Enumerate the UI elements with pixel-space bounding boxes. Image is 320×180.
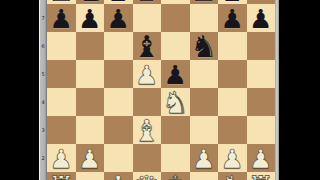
square-d6[interactable]: ♝ — [133, 32, 162, 60]
piece-white-bishop-d3[interactable]: ♝ — [133, 117, 160, 145]
square-f6[interactable]: ♞ — [190, 32, 219, 60]
square-a5[interactable] — [47, 60, 76, 88]
rank-label-7: 7 — [39, 14, 47, 22]
square-b5[interactable] — [76, 60, 105, 88]
square-f5[interactable] — [190, 60, 219, 88]
piece-white-rook-a1[interactable]: ♜ — [48, 173, 75, 180]
square-c1[interactable]: ♝ — [104, 172, 133, 180]
piece-black-pawn-a7[interactable]: ♟ — [50, 5, 73, 33]
square-e1[interactable]: ♚ — [161, 172, 190, 180]
rank-label-2: 2 — [39, 154, 47, 162]
square-b6[interactable] — [76, 32, 105, 60]
square-a6[interactable] — [47, 32, 76, 60]
board-right-frame — [275, 0, 279, 180]
piece-black-pawn-h7[interactable]: ♟ — [249, 5, 272, 33]
square-h5[interactable] — [247, 60, 276, 88]
piece-white-king-e1[interactable]: ♚ — [162, 173, 189, 180]
piece-white-bishop-c1[interactable]: ♝ — [105, 173, 132, 180]
square-g1[interactable]: ♞ — [218, 172, 247, 180]
piece-black-pawn-b7[interactable]: ♟ — [78, 5, 101, 33]
piece-white-pawn-b2[interactable]: ♟ — [78, 145, 101, 173]
piece-white-rook-h1[interactable]: ♜ — [247, 173, 274, 180]
square-b3[interactable] — [76, 116, 105, 144]
square-f7[interactable] — [190, 4, 219, 32]
square-a7[interactable]: ♟ — [47, 4, 76, 32]
piece-black-rook-f8[interactable]: ♜ — [190, 0, 217, 5]
rank-label-strip: 765432 — [39, 0, 47, 180]
square-g5[interactable] — [218, 60, 247, 88]
square-c5[interactable] — [104, 60, 133, 88]
square-g2[interactable]: ♟ — [218, 144, 247, 172]
square-e5[interactable]: ♟ — [161, 60, 190, 88]
square-d7[interactable] — [133, 4, 162, 32]
square-f2[interactable]: ♟ — [190, 144, 219, 172]
square-h2[interactable]: ♟ — [247, 144, 276, 172]
square-d8[interactable]: ♛ — [133, 0, 162, 4]
square-a3[interactable] — [47, 116, 76, 144]
square-d3[interactable]: ♝ — [133, 116, 162, 144]
piece-white-pawn-d5[interactable]: ♟ — [135, 61, 158, 89]
square-h4[interactable] — [247, 88, 276, 116]
square-g4[interactable] — [218, 88, 247, 116]
square-a1[interactable]: ♜ — [47, 172, 76, 180]
square-b4[interactable] — [76, 88, 105, 116]
square-e4[interactable]: ♞ — [161, 88, 190, 116]
piece-black-pawn-c7[interactable]: ♟ — [107, 5, 130, 33]
square-e7[interactable] — [161, 4, 190, 32]
square-e6[interactable] — [161, 32, 190, 60]
square-c4[interactable] — [104, 88, 133, 116]
square-h1[interactable]: ♜ — [247, 172, 276, 180]
square-g3[interactable] — [218, 116, 247, 144]
piece-white-pawn-f2[interactable]: ♟ — [192, 145, 215, 173]
square-c3[interactable] — [104, 116, 133, 144]
square-f3[interactable] — [190, 116, 219, 144]
square-a2[interactable]: ♟ — [47, 144, 76, 172]
piece-white-knight-g1[interactable]: ♞ — [219, 173, 246, 180]
square-h6[interactable] — [247, 32, 276, 60]
square-e3[interactable] — [161, 116, 190, 144]
square-f4[interactable] — [190, 88, 219, 116]
square-b7[interactable]: ♟ — [76, 4, 105, 32]
rank-label-4: 4 — [39, 98, 47, 106]
piece-black-bishop-d6[interactable]: ♝ — [133, 33, 160, 61]
square-c6[interactable] — [104, 32, 133, 60]
square-d2[interactable] — [133, 144, 162, 172]
rank-label-5: 5 — [39, 70, 47, 78]
chess-board: ♜♞♝♛♜♚♟♟♟♟♟♝♞♟♟♞♝♟♟♟♟♟♜♝♛♚♞♜ — [47, 0, 275, 180]
square-d1[interactable]: ♛ — [133, 172, 162, 180]
rank-label-6: 6 — [39, 42, 47, 50]
rank-label-3: 3 — [39, 126, 47, 134]
piece-black-pawn-g7[interactable]: ♟ — [221, 5, 244, 33]
square-d4[interactable] — [133, 88, 162, 116]
square-d5[interactable]: ♟ — [133, 60, 162, 88]
square-a4[interactable] — [47, 88, 76, 116]
chess-app-screen: ♜♞♝♛♜♚♟♟♟♟♟♝♞♟♟♞♝♟♟♟♟♟♜♝♛♚♞♜ 765432 — [0, 0, 320, 180]
square-g6[interactable] — [218, 32, 247, 60]
piece-black-knight-f6[interactable]: ♞ — [190, 33, 217, 61]
square-h7[interactable]: ♟ — [247, 4, 276, 32]
square-f8[interactable]: ♜ — [190, 0, 219, 4]
square-c2[interactable] — [104, 144, 133, 172]
square-h3[interactable] — [247, 116, 276, 144]
square-g7[interactable]: ♟ — [218, 4, 247, 32]
piece-white-knight-e4[interactable]: ♞ — [162, 89, 189, 117]
square-c7[interactable]: ♟ — [104, 4, 133, 32]
square-e2[interactable] — [161, 144, 190, 172]
piece-white-queen-d1[interactable]: ♛ — [133, 173, 160, 180]
piece-black-queen-d8[interactable]: ♛ — [133, 0, 160, 5]
square-b2[interactable]: ♟ — [76, 144, 105, 172]
